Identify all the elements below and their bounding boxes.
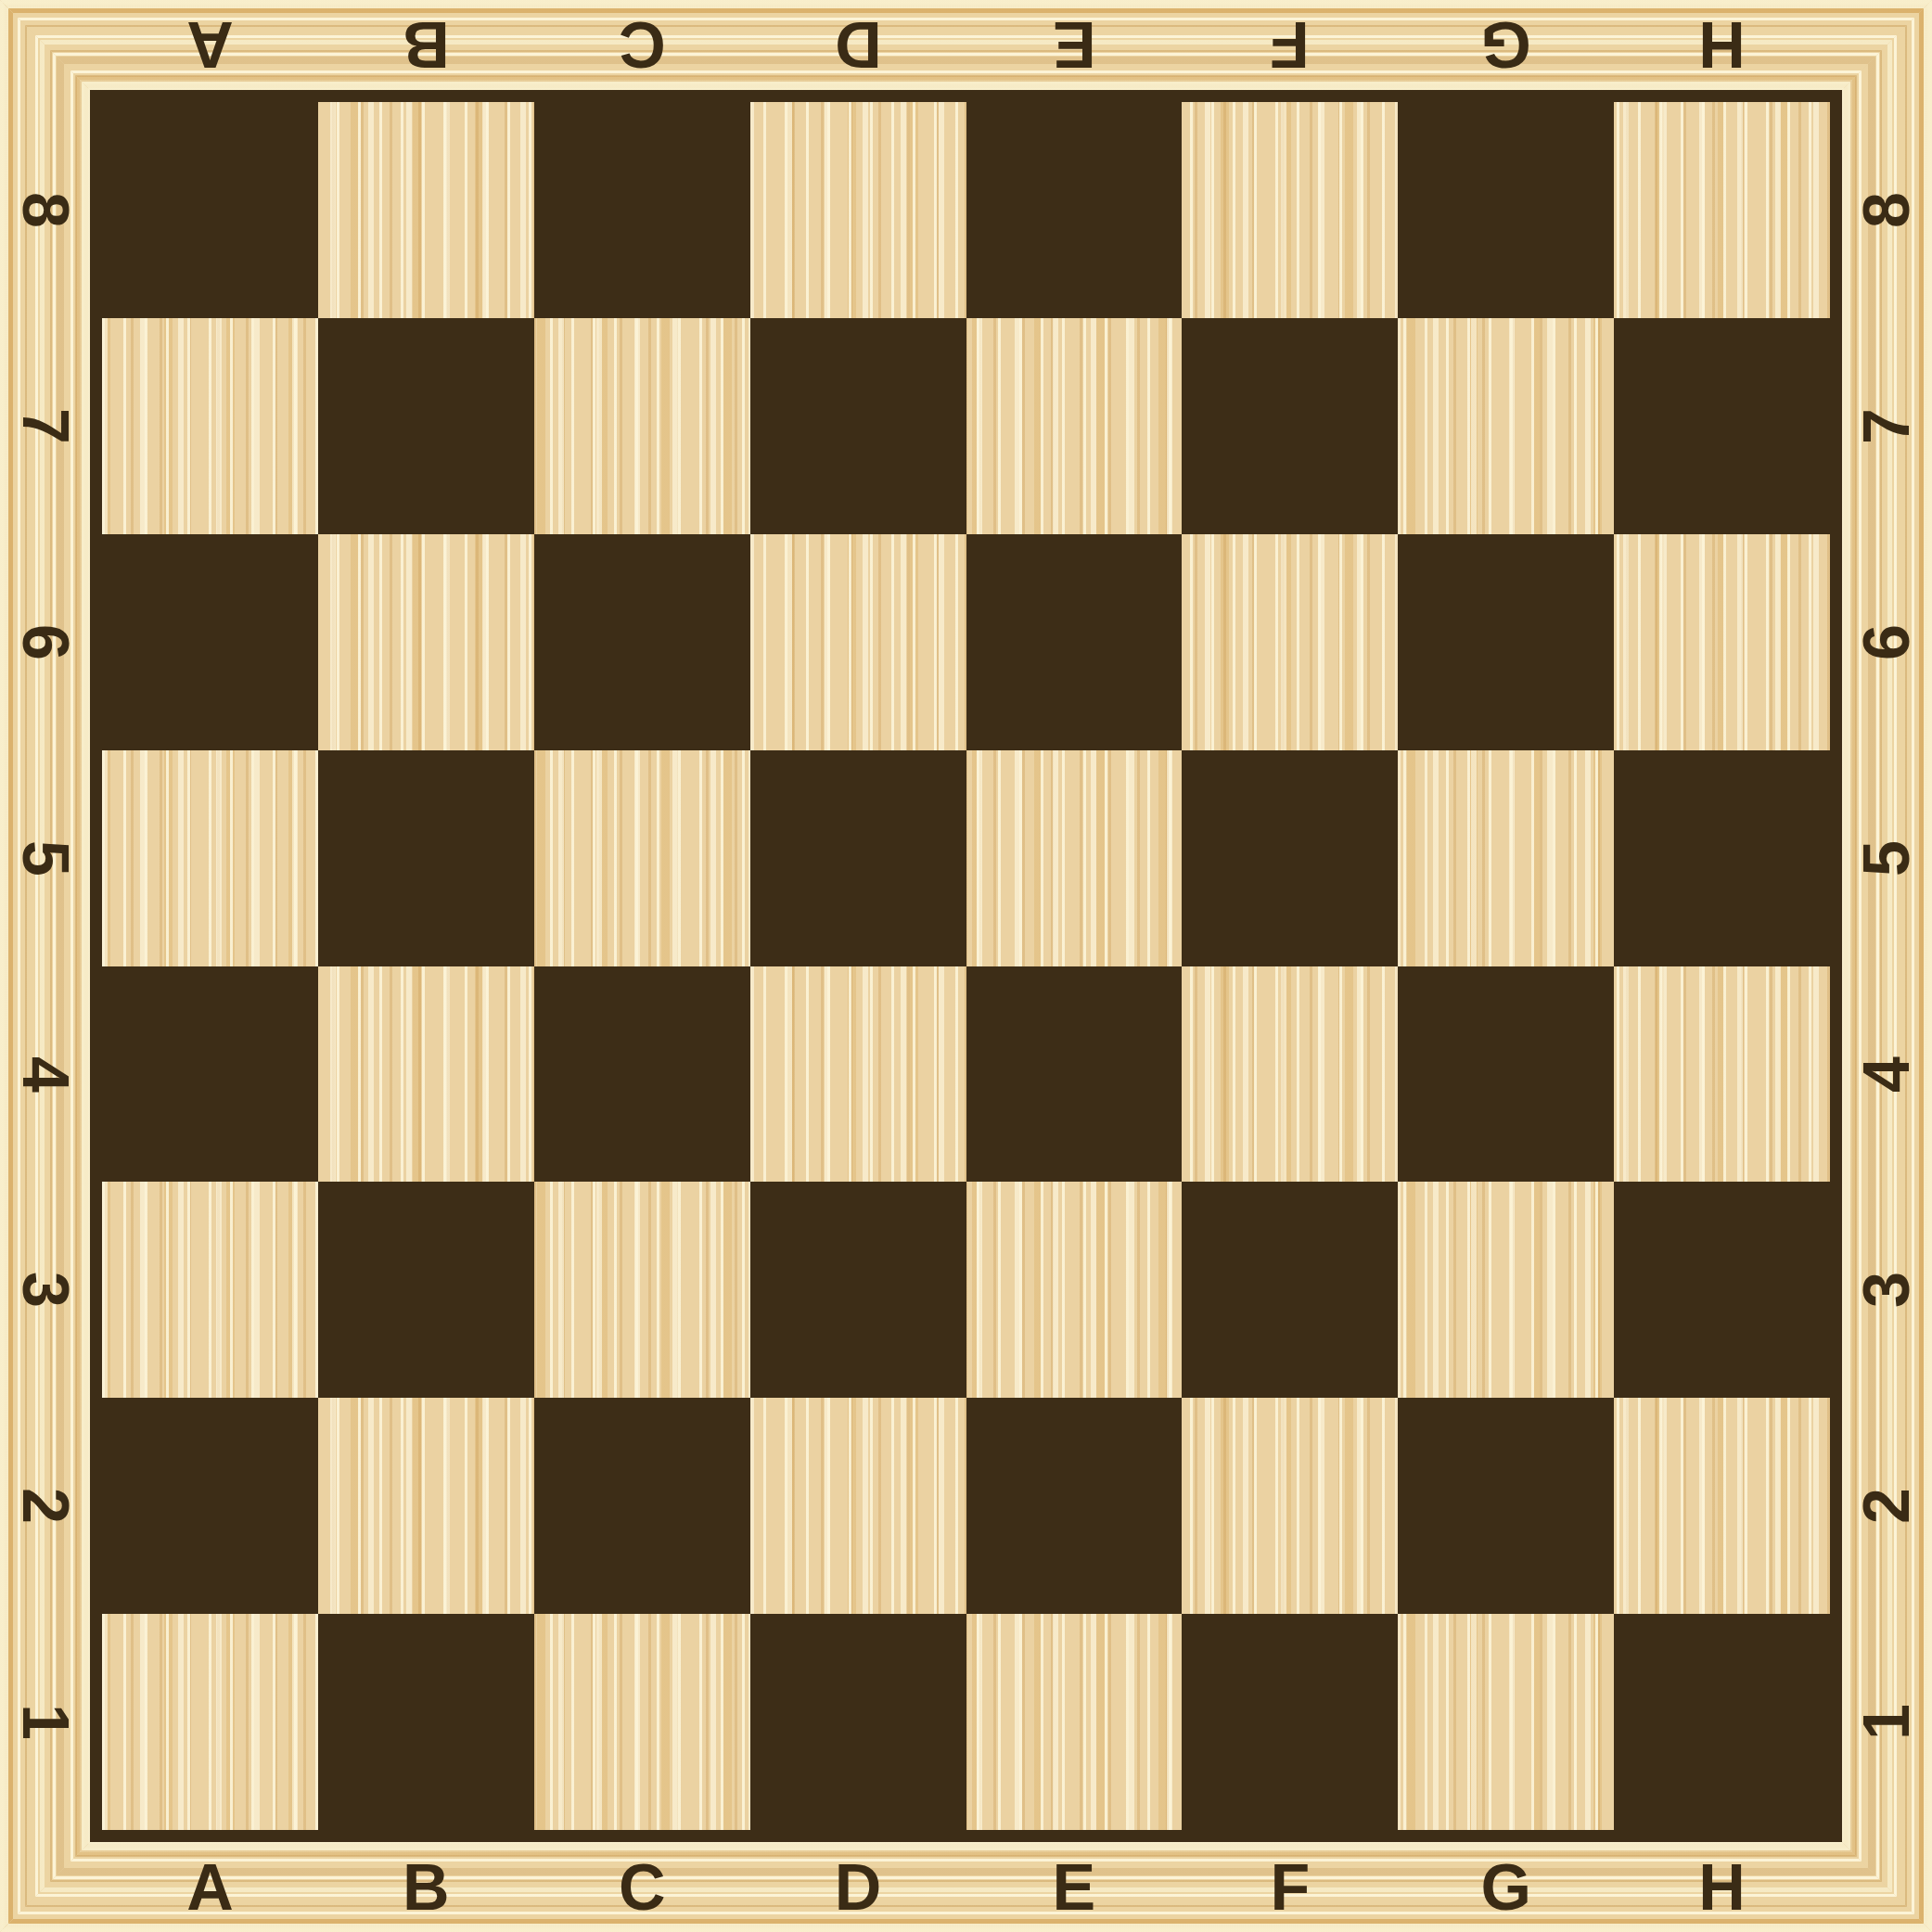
file-label-bottom-e: E [966, 1842, 1183, 1932]
square-g3[interactable] [1398, 1182, 1614, 1398]
square-c6[interactable] [534, 534, 750, 750]
square-b3[interactable] [318, 1182, 534, 1398]
square-c3[interactable] [534, 1182, 750, 1398]
square-g7[interactable] [1398, 318, 1614, 534]
file-labels-top: ABCDEFGH [102, 0, 1830, 90]
square-e5[interactable] [966, 750, 1183, 966]
file-label-top-d: D [750, 0, 966, 90]
square-d3[interactable] [750, 1182, 966, 1398]
rank-label-left-8: 8 [0, 165, 153, 255]
square-g1[interactable] [1398, 1614, 1614, 1830]
square-c7[interactable] [534, 318, 750, 534]
square-d2[interactable] [750, 1398, 966, 1614]
rank-label-left-4: 4 [0, 1029, 153, 1119]
square-e4[interactable] [966, 966, 1183, 1183]
rank-label-left-5: 5 [0, 813, 153, 903]
square-g2[interactable] [1398, 1398, 1614, 1614]
file-label-top-a: A [102, 0, 318, 90]
square-f2[interactable] [1182, 1398, 1398, 1614]
square-g5[interactable] [1398, 750, 1614, 966]
rank-label-right-1: 1 [1779, 1677, 1932, 1767]
board-outline [90, 90, 1842, 1842]
rank-label-left-1: 1 [0, 1677, 153, 1767]
square-e3[interactable] [966, 1182, 1183, 1398]
file-labels-bottom: ABCDEFGH [102, 1842, 1830, 1932]
rank-label-right-8: 8 [1779, 165, 1932, 255]
square-f4[interactable] [1182, 966, 1398, 1183]
square-b1[interactable] [318, 1614, 534, 1830]
square-b8[interactable] [318, 102, 534, 318]
file-label-bottom-b: B [318, 1842, 534, 1932]
rank-label-left-2: 2 [0, 1461, 153, 1551]
square-e8[interactable] [966, 102, 1183, 318]
square-g4[interactable] [1398, 966, 1614, 1183]
square-b4[interactable] [318, 966, 534, 1183]
file-label-top-b: B [318, 0, 534, 90]
file-label-bottom-a: A [102, 1842, 318, 1932]
square-c1[interactable] [534, 1614, 750, 1830]
rank-label-left-7: 7 [0, 381, 153, 471]
square-c8[interactable] [534, 102, 750, 318]
rank-label-right-2: 2 [1779, 1461, 1932, 1551]
square-b7[interactable] [318, 318, 534, 534]
square-d4[interactable] [750, 966, 966, 1183]
square-e6[interactable] [966, 534, 1183, 750]
square-f7[interactable] [1182, 318, 1398, 534]
square-d6[interactable] [750, 534, 966, 750]
file-label-bottom-d: D [750, 1842, 966, 1932]
square-d5[interactable] [750, 750, 966, 966]
rank-labels-right: 87654321 [1842, 102, 1932, 1830]
square-f3[interactable] [1182, 1182, 1398, 1398]
file-label-top-h: H [1614, 0, 1830, 90]
square-c5[interactable] [534, 750, 750, 966]
square-f6[interactable] [1182, 534, 1398, 750]
square-c2[interactable] [534, 1398, 750, 1614]
square-c4[interactable] [534, 966, 750, 1183]
square-b5[interactable] [318, 750, 534, 966]
square-d8[interactable] [750, 102, 966, 318]
square-b2[interactable] [318, 1398, 534, 1614]
file-label-top-c: C [534, 0, 750, 90]
rank-label-right-6: 6 [1779, 597, 1932, 687]
square-e2[interactable] [966, 1398, 1183, 1614]
square-e7[interactable] [966, 318, 1183, 534]
rank-label-left-3: 3 [0, 1245, 153, 1335]
file-label-top-f: F [1182, 0, 1398, 90]
file-label-bottom-f: F [1182, 1842, 1398, 1932]
square-f5[interactable] [1182, 750, 1398, 966]
chess-board: ABCDEFGH ABCDEFGH 87654321 87654321 [0, 0, 1932, 1932]
rank-label-right-7: 7 [1779, 381, 1932, 471]
file-label-bottom-h: H [1614, 1842, 1830, 1932]
file-label-top-g: G [1398, 0, 1614, 90]
file-label-bottom-g: G [1398, 1842, 1614, 1932]
rank-label-right-4: 4 [1779, 1029, 1932, 1119]
rank-label-right-3: 3 [1779, 1245, 1932, 1335]
square-d7[interactable] [750, 318, 966, 534]
board-grid [102, 102, 1830, 1830]
square-g8[interactable] [1398, 102, 1614, 318]
rank-label-right-5: 5 [1779, 813, 1932, 903]
square-b6[interactable] [318, 534, 534, 750]
square-f1[interactable] [1182, 1614, 1398, 1830]
square-e1[interactable] [966, 1614, 1183, 1830]
file-label-top-e: E [966, 0, 1183, 90]
square-d1[interactable] [750, 1614, 966, 1830]
rank-label-left-6: 6 [0, 597, 153, 687]
rank-labels-left: 87654321 [0, 102, 90, 1830]
square-g6[interactable] [1398, 534, 1614, 750]
file-label-bottom-c: C [534, 1842, 750, 1932]
square-f8[interactable] [1182, 102, 1398, 318]
